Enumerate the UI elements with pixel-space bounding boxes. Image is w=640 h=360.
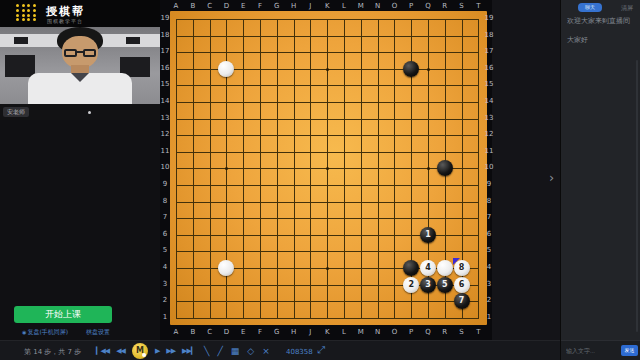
board-col-label-G: G bbox=[271, 2, 283, 11]
board-col-label-E: E bbox=[237, 328, 249, 337]
board-col-label-A: A bbox=[170, 328, 182, 337]
board-row-label-1: 1 bbox=[159, 313, 171, 322]
stone-Q3[interactable]: 3 bbox=[420, 277, 436, 293]
stone-number: 1 bbox=[420, 228, 436, 242]
grid-hline bbox=[176, 218, 479, 219]
go-board-panel: 12345678 AABBCCDDEEFFGGHHJJKKLLMMNNOOPPQ… bbox=[160, 0, 492, 340]
board-col-label-S: S bbox=[456, 328, 468, 337]
star-point-K10 bbox=[326, 167, 329, 170]
board-col-label-D: D bbox=[220, 2, 232, 11]
go-teaching-app: 授棋帮 围棋教学平台 安老师 开始上课 ◉复盘(手机同屏) 棋盘设置 bbox=[0, 0, 640, 360]
board-row-label-7: 7 bbox=[483, 213, 495, 222]
grid-vline bbox=[394, 19, 395, 319]
logo-dots-icon bbox=[16, 4, 38, 23]
star-point-K4 bbox=[326, 267, 329, 270]
stone-number: 2 bbox=[403, 278, 419, 292]
chat-clear-button[interactable]: 清屏 bbox=[621, 4, 633, 13]
board-row-label-8: 8 bbox=[159, 197, 171, 206]
playback-control-bar: 第 14 步，共 7 步 ▎◀◀◀◀M▶▶▶▶▶▎ ╲╱▦◇× 408358 ⤢ bbox=[0, 340, 560, 360]
board-col-label-H: H bbox=[288, 2, 300, 11]
grid-vline bbox=[361, 19, 362, 319]
board-row-label-1: 1 bbox=[483, 313, 495, 322]
stone-S2[interactable]: 7 bbox=[454, 293, 470, 309]
board-col-label-O: O bbox=[388, 328, 400, 337]
grid-hline bbox=[176, 202, 479, 203]
board-col-label-N: N bbox=[372, 2, 384, 11]
replay-link[interactable]: ◉复盘(手机同屏) bbox=[22, 328, 68, 337]
teacher-glasses bbox=[64, 49, 96, 58]
board-row-label-18: 18 bbox=[159, 31, 171, 40]
stone-R3[interactable]: 5 bbox=[437, 277, 453, 293]
board-row-label-18: 18 bbox=[483, 31, 495, 40]
board-row-label-4: 4 bbox=[483, 263, 495, 272]
chart-tool-button[interactable]: ▦ bbox=[231, 346, 240, 356]
board-col-label-K: K bbox=[321, 328, 333, 337]
board-row-label-5: 5 bbox=[483, 246, 495, 255]
board-row-label-10: 10 bbox=[159, 163, 171, 172]
grid-vline bbox=[478, 19, 479, 319]
board-col-label-F: F bbox=[254, 2, 266, 11]
board-col-label-J: J bbox=[304, 328, 316, 337]
board-row-label-14: 14 bbox=[159, 97, 171, 106]
board-row-label-15: 15 bbox=[159, 80, 171, 89]
board-row-label-14: 14 bbox=[483, 97, 495, 106]
line-tool-button[interactable]: ╲ bbox=[204, 346, 209, 356]
shape-tool-button[interactable]: ◇ bbox=[247, 346, 254, 356]
skip-to-end-button[interactable]: ▶▶▎ bbox=[182, 347, 195, 355]
stone-number: 3 bbox=[420, 278, 436, 292]
star-point-K16 bbox=[326, 68, 329, 71]
video-background bbox=[0, 27, 160, 104]
board-col-label-R: R bbox=[439, 2, 451, 11]
stone-D16[interactable] bbox=[218, 61, 234, 77]
board-col-label-B: B bbox=[187, 2, 199, 11]
left-sidebar: 开始上课 ◉复盘(手机同屏) 棋盘设置 bbox=[0, 120, 160, 340]
board-col-label-G: G bbox=[271, 328, 283, 337]
board-col-label-A: A bbox=[170, 2, 182, 11]
board-row-label-19: 19 bbox=[159, 14, 171, 23]
board-row-label-9: 9 bbox=[483, 180, 495, 189]
grid-vline bbox=[344, 19, 345, 319]
board-row-label-11: 11 bbox=[483, 147, 495, 156]
board-row-label-2: 2 bbox=[159, 296, 171, 305]
fullscreen-button[interactable]: ⤢ bbox=[317, 344, 325, 356]
board-row-label-5: 5 bbox=[159, 246, 171, 255]
board-row-label-4: 4 bbox=[159, 263, 171, 272]
board-row-label-2: 2 bbox=[483, 296, 495, 305]
stone-S4[interactable]: 8 bbox=[454, 260, 470, 276]
stone-D4[interactable] bbox=[218, 260, 234, 276]
board-col-label-H: H bbox=[288, 328, 300, 337]
stone-R4[interactable] bbox=[437, 260, 453, 276]
grid-hline bbox=[176, 251, 479, 252]
chat-input-bar: 发送 bbox=[561, 340, 640, 360]
stone-P3[interactable]: 2 bbox=[403, 277, 419, 293]
replay-icon: ◉ bbox=[22, 329, 26, 335]
chat-message: 大家好 bbox=[567, 35, 635, 45]
board-row-label-7: 7 bbox=[159, 213, 171, 222]
chat-input[interactable] bbox=[566, 345, 616, 357]
panel-collapse-arrow[interactable]: › bbox=[549, 170, 554, 185]
board-col-label-Q: Q bbox=[422, 328, 434, 337]
star-point-Q10 bbox=[427, 167, 430, 170]
board-col-label-P: P bbox=[405, 328, 417, 337]
board-row-label-13: 13 bbox=[159, 114, 171, 123]
board-col-label-O: O bbox=[388, 2, 400, 11]
board-row-label-16: 16 bbox=[483, 64, 495, 73]
chat-message: 欢迎大家来到直播间 bbox=[567, 16, 635, 26]
board-col-label-D: D bbox=[220, 328, 232, 337]
board-col-label-T: T bbox=[472, 2, 484, 11]
logo-banner: 授棋帮 围棋教学平台 bbox=[0, 0, 160, 27]
stone-S3[interactable]: 6 bbox=[454, 277, 470, 293]
grid-hline bbox=[176, 301, 479, 302]
board-col-label-C: C bbox=[204, 2, 216, 11]
board-col-label-J: J bbox=[304, 2, 316, 11]
board-row-label-17: 17 bbox=[159, 47, 171, 56]
step-back-button[interactable]: ◀◀ bbox=[116, 347, 125, 355]
board-row-label-6: 6 bbox=[483, 230, 495, 239]
board-row-label-15: 15 bbox=[483, 80, 495, 89]
board-row-label-11: 11 bbox=[159, 147, 171, 156]
go-board[interactable]: 12345678 bbox=[170, 11, 487, 325]
board-row-label-8: 8 bbox=[483, 197, 495, 206]
board-col-label-R: R bbox=[439, 328, 451, 337]
mode-toggle-button[interactable]: M bbox=[132, 343, 148, 359]
board-settings-link[interactable]: 棋盘设置 bbox=[86, 328, 110, 337]
board-row-label-17: 17 bbox=[483, 47, 495, 56]
grid-hline bbox=[176, 318, 479, 319]
grid-hline bbox=[176, 185, 479, 186]
board-col-label-L: L bbox=[338, 328, 350, 337]
board-col-label-M: M bbox=[355, 328, 367, 337]
chat-scrollbar[interactable] bbox=[636, 60, 638, 332]
board-row-label-13: 13 bbox=[483, 114, 495, 123]
stone-Q4[interactable]: 4 bbox=[420, 260, 436, 276]
teacher-video-feed: 授棋帮 围棋教学平台 安老师 bbox=[0, 0, 160, 120]
board-col-label-B: B bbox=[187, 328, 199, 337]
move-counter: 第 14 步，共 7 步 bbox=[24, 347, 81, 357]
grid-vline bbox=[378, 19, 379, 319]
logo-subtitle: 围棋教学平台 bbox=[47, 18, 83, 24]
star-point-D10 bbox=[225, 167, 228, 170]
board-col-label-N: N bbox=[372, 328, 384, 337]
board-row-label-3: 3 bbox=[483, 280, 495, 289]
step-forward-button[interactable]: ▶ bbox=[155, 347, 159, 355]
board-col-label-P: P bbox=[405, 2, 417, 11]
fast-forward-button[interactable]: ▶▶ bbox=[166, 347, 175, 355]
board-row-label-3: 3 bbox=[159, 280, 171, 289]
star-point-Q16 bbox=[427, 68, 430, 71]
status-dot-icon bbox=[88, 111, 91, 114]
board-col-label-T: T bbox=[472, 328, 484, 337]
stone-P16[interactable] bbox=[403, 61, 419, 77]
board-row-label-6: 6 bbox=[159, 230, 171, 239]
stone-P4[interactable] bbox=[403, 260, 419, 276]
board-row-label-12: 12 bbox=[159, 130, 171, 139]
board-col-label-L: L bbox=[338, 2, 350, 11]
chat-message-list: 欢迎大家来到直播间大家好 bbox=[567, 16, 635, 54]
board-col-label-F: F bbox=[254, 328, 266, 337]
board-row-label-19: 19 bbox=[483, 14, 495, 23]
stone-number: 7 bbox=[454, 294, 470, 308]
stone-R10[interactable] bbox=[437, 160, 453, 176]
video-bottom-strip: 安老师 bbox=[0, 104, 160, 120]
clear-tool-button[interactable]: × bbox=[262, 346, 270, 356]
wall-poster bbox=[5, 55, 35, 77]
logo-title: 授棋帮 bbox=[46, 4, 85, 19]
stone-number: 6 bbox=[454, 278, 470, 292]
chat-tab[interactable]: 聊天 bbox=[578, 3, 602, 12]
board-col-label-E: E bbox=[237, 2, 249, 11]
chat-panel: 聊天 清屏 欢迎大家来到直播间大家好 发送 bbox=[560, 0, 640, 360]
participant-name-tag: 安老师 bbox=[3, 107, 29, 117]
stone-number: 4 bbox=[420, 261, 436, 275]
send-button[interactable]: 发送 bbox=[621, 345, 638, 356]
board-col-label-C: C bbox=[204, 328, 216, 337]
board-row-label-12: 12 bbox=[483, 130, 495, 139]
board-col-label-M: M bbox=[355, 2, 367, 11]
pen-tool-button[interactable]: ╱ bbox=[217, 346, 222, 356]
start-class-button[interactable]: 开始上课 bbox=[14, 306, 112, 323]
board-col-label-S: S bbox=[456, 2, 468, 11]
session-id: 408358 bbox=[286, 348, 313, 356]
stone-number: 5 bbox=[437, 278, 453, 292]
stone-Q6[interactable]: 1 bbox=[420, 227, 436, 243]
board-row-label-16: 16 bbox=[159, 64, 171, 73]
board-col-label-K: K bbox=[321, 2, 333, 11]
board-row-label-10: 10 bbox=[483, 163, 495, 172]
board-col-label-Q: Q bbox=[422, 2, 434, 11]
skip-to-start-button[interactable]: ▎◀◀ bbox=[96, 347, 109, 355]
last-move-triangle-marker bbox=[453, 258, 460, 265]
board-row-label-9: 9 bbox=[159, 180, 171, 189]
